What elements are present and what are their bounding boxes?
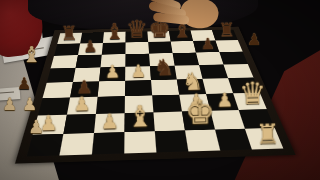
piece-wP-c2[interactable]: ♟ — [100, 111, 119, 132]
square-c4[interactable] — [98, 81, 126, 97]
square-f2[interactable]: ♚ — [182, 111, 215, 131]
square-a6[interactable] — [51, 55, 78, 68]
square-e7[interactable] — [148, 42, 172, 54]
square-b2[interactable] — [63, 114, 96, 134]
piece-wP-c5[interactable]: ♟ — [104, 63, 120, 81]
square-d1[interactable] — [124, 131, 156, 153]
square-b6[interactable] — [76, 55, 102, 68]
square-a4[interactable] — [43, 82, 73, 98]
square-e8[interactable]: ♚ — [147, 31, 170, 42]
chess-game-photo: ♜♝♛♚♝♜♟♟♟♟♞♟♞♟♟♟♛♟♟♝♚♜ ♝♟♟♟♟♟ — [0, 0, 320, 180]
captured-piece-bP: ♟ — [17, 76, 31, 92]
square-c7[interactable] — [102, 43, 126, 55]
square-a5[interactable] — [47, 68, 76, 83]
piece-wP-d5[interactable]: ♟ — [130, 63, 146, 81]
square-d4[interactable] — [125, 80, 152, 96]
square-a7[interactable] — [54, 43, 80, 55]
captured-piece-wP: ♟ — [2, 96, 17, 113]
square-c2[interactable]: ♟ — [94, 113, 125, 133]
square-g1[interactable] — [215, 129, 252, 151]
square-b3[interactable]: ♟ — [67, 97, 98, 115]
piece-wP-g3[interactable]: ♟ — [215, 91, 232, 110]
square-c5[interactable]: ♟ — [99, 67, 125, 82]
square-h3[interactable]: ♛ — [233, 93, 267, 110]
square-b7[interactable]: ♟ — [78, 43, 103, 55]
square-e4[interactable] — [151, 80, 179, 96]
piece-wB-d2[interactable]: ♝ — [126, 101, 153, 131]
square-a8[interactable]: ♜ — [57, 33, 82, 44]
square-e2[interactable] — [153, 112, 185, 132]
square-f6[interactable] — [173, 53, 200, 66]
piece-wR-h1[interactable]: ♜ — [255, 121, 280, 149]
square-h6[interactable] — [219, 52, 247, 65]
square-a1[interactable] — [27, 134, 64, 156]
square-h7[interactable] — [216, 40, 243, 52]
piece-wP-b3[interactable]: ♟ — [72, 94, 90, 114]
piece-bR-a8[interactable]: ♜ — [60, 24, 78, 44]
piece-bP-b7[interactable]: ♟ — [82, 39, 97, 55]
piece-wQ-h3[interactable]: ♛ — [238, 78, 266, 109]
square-d5[interactable]: ♟ — [125, 66, 151, 81]
square-b1[interactable] — [59, 133, 94, 155]
square-c1[interactable] — [92, 132, 125, 154]
board-grid: ♜♝♛♚♝♜♟♟♟♟♞♟♞♟♟♟♛♟♟♝♚♜ — [27, 30, 284, 157]
square-c8[interactable]: ♝ — [103, 32, 126, 43]
square-e5[interactable]: ♞ — [150, 66, 177, 80]
captured-piece-wP: ♟ — [22, 96, 37, 113]
square-e1[interactable] — [155, 130, 189, 152]
square-d8[interactable]: ♛ — [126, 31, 149, 42]
square-d7[interactable] — [125, 42, 149, 54]
piece-bB-c8[interactable]: ♝ — [104, 20, 124, 42]
piece-wK-f2[interactable]: ♚ — [184, 95, 215, 129]
square-e3[interactable] — [152, 95, 182, 113]
captured-piece-wP: ♟ — [28, 118, 44, 136]
captured-piece-bP: ♟ — [247, 32, 261, 48]
square-d2[interactable]: ♝ — [124, 112, 154, 132]
square-h1[interactable]: ♜ — [245, 128, 283, 150]
square-f7[interactable] — [171, 41, 196, 53]
captured-piece-wB: ♝ — [22, 44, 42, 66]
piece-bN-e5[interactable]: ♞ — [153, 56, 174, 79]
